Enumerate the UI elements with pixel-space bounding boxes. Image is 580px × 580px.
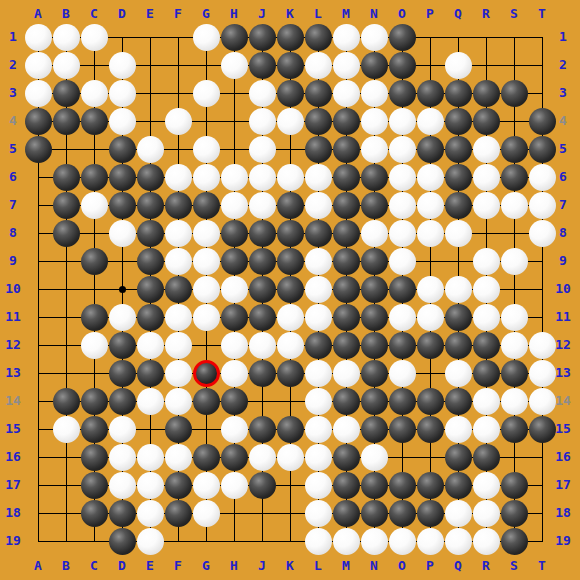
intersection-L11[interactable] <box>304 303 332 331</box>
intersection-N11[interactable] <box>360 303 388 331</box>
intersection-B7[interactable] <box>52 191 80 219</box>
intersection-F3[interactable] <box>164 79 192 107</box>
intersection-D10[interactable] <box>108 275 136 303</box>
intersection-S16[interactable] <box>500 443 528 471</box>
intersection-K15[interactable] <box>276 415 304 443</box>
intersection-O9[interactable] <box>388 247 416 275</box>
intersection-S3[interactable] <box>500 79 528 107</box>
intersection-M5[interactable] <box>332 135 360 163</box>
intersection-A10[interactable] <box>24 275 52 303</box>
intersection-A17[interactable] <box>24 471 52 499</box>
intersection-H18[interactable] <box>220 499 248 527</box>
intersection-B10[interactable] <box>52 275 80 303</box>
intersection-A16[interactable] <box>24 443 52 471</box>
intersection-R11[interactable] <box>472 303 500 331</box>
intersection-J2[interactable] <box>248 51 276 79</box>
intersection-E10[interactable] <box>136 275 164 303</box>
intersection-O3[interactable] <box>388 79 416 107</box>
intersection-T6[interactable] <box>528 163 556 191</box>
intersection-H6[interactable] <box>220 163 248 191</box>
intersection-F1[interactable] <box>164 23 192 51</box>
intersection-R18[interactable] <box>472 499 500 527</box>
intersection-D6[interactable] <box>108 163 136 191</box>
intersection-C15[interactable] <box>80 415 108 443</box>
intersection-E12[interactable] <box>136 331 164 359</box>
intersection-M3[interactable] <box>332 79 360 107</box>
intersection-R15[interactable] <box>472 415 500 443</box>
intersection-H15[interactable] <box>220 415 248 443</box>
intersection-D13[interactable] <box>108 359 136 387</box>
intersection-H11[interactable] <box>220 303 248 331</box>
intersection-E14[interactable] <box>136 387 164 415</box>
intersection-K14[interactable] <box>276 387 304 415</box>
intersection-R16[interactable] <box>472 443 500 471</box>
intersection-D2[interactable] <box>108 51 136 79</box>
intersection-J1[interactable] <box>248 23 276 51</box>
intersection-J16[interactable] <box>248 443 276 471</box>
intersection-G3[interactable] <box>192 79 220 107</box>
intersection-R3[interactable] <box>472 79 500 107</box>
intersection-F9[interactable] <box>164 247 192 275</box>
intersection-T2[interactable] <box>528 51 556 79</box>
intersection-G14[interactable] <box>192 387 220 415</box>
intersection-P16[interactable] <box>416 443 444 471</box>
intersection-L6[interactable] <box>304 163 332 191</box>
intersection-M16[interactable] <box>332 443 360 471</box>
intersection-B9[interactable] <box>52 247 80 275</box>
intersection-G17[interactable] <box>192 471 220 499</box>
intersection-R2[interactable] <box>472 51 500 79</box>
intersection-B12[interactable] <box>52 331 80 359</box>
intersection-F14[interactable] <box>164 387 192 415</box>
intersection-L8[interactable] <box>304 219 332 247</box>
intersection-P13[interactable] <box>416 359 444 387</box>
intersection-H5[interactable] <box>220 135 248 163</box>
intersection-B1[interactable] <box>52 23 80 51</box>
intersection-L7[interactable] <box>304 191 332 219</box>
intersection-K13[interactable] <box>276 359 304 387</box>
intersection-P9[interactable] <box>416 247 444 275</box>
intersection-S2[interactable] <box>500 51 528 79</box>
intersection-T3[interactable] <box>528 79 556 107</box>
intersection-R14[interactable] <box>472 387 500 415</box>
intersection-M19[interactable] <box>332 527 360 555</box>
intersection-B17[interactable] <box>52 471 80 499</box>
intersection-S7[interactable] <box>500 191 528 219</box>
intersection-N2[interactable] <box>360 51 388 79</box>
intersection-A15[interactable] <box>24 415 52 443</box>
intersection-S9[interactable] <box>500 247 528 275</box>
intersection-G11[interactable] <box>192 303 220 331</box>
intersection-A2[interactable] <box>24 51 52 79</box>
intersection-P19[interactable] <box>416 527 444 555</box>
intersection-P15[interactable] <box>416 415 444 443</box>
intersection-N9[interactable] <box>360 247 388 275</box>
intersection-F18[interactable] <box>164 499 192 527</box>
intersection-N19[interactable] <box>360 527 388 555</box>
intersection-P2[interactable] <box>416 51 444 79</box>
intersection-K8[interactable] <box>276 219 304 247</box>
intersection-Q13[interactable] <box>444 359 472 387</box>
intersection-S11[interactable] <box>500 303 528 331</box>
intersection-D4[interactable] <box>108 107 136 135</box>
intersection-Q10[interactable] <box>444 275 472 303</box>
intersection-H1[interactable] <box>220 23 248 51</box>
intersection-Q18[interactable] <box>444 499 472 527</box>
intersection-T1[interactable] <box>528 23 556 51</box>
intersection-L17[interactable] <box>304 471 332 499</box>
intersection-D16[interactable] <box>108 443 136 471</box>
intersection-H10[interactable] <box>220 275 248 303</box>
intersection-O2[interactable] <box>388 51 416 79</box>
intersection-B11[interactable] <box>52 303 80 331</box>
intersection-S10[interactable] <box>500 275 528 303</box>
intersection-A5[interactable] <box>24 135 52 163</box>
intersection-O6[interactable] <box>388 163 416 191</box>
intersection-A6[interactable] <box>24 163 52 191</box>
intersection-R13[interactable] <box>472 359 500 387</box>
intersection-P10[interactable] <box>416 275 444 303</box>
intersection-N3[interactable] <box>360 79 388 107</box>
intersection-S13[interactable] <box>500 359 528 387</box>
intersection-K7[interactable] <box>276 191 304 219</box>
intersection-Q8[interactable] <box>444 219 472 247</box>
intersection-E15[interactable] <box>136 415 164 443</box>
intersection-D12[interactable] <box>108 331 136 359</box>
intersection-B19[interactable] <box>52 527 80 555</box>
intersection-J15[interactable] <box>248 415 276 443</box>
intersection-M7[interactable] <box>332 191 360 219</box>
intersection-E1[interactable] <box>136 23 164 51</box>
intersection-T19[interactable] <box>528 527 556 555</box>
intersection-D19[interactable] <box>108 527 136 555</box>
intersection-M10[interactable] <box>332 275 360 303</box>
intersection-K16[interactable] <box>276 443 304 471</box>
intersection-N6[interactable] <box>360 163 388 191</box>
intersection-S5[interactable] <box>500 135 528 163</box>
intersection-P12[interactable] <box>416 331 444 359</box>
intersection-G12[interactable] <box>192 331 220 359</box>
intersection-G9[interactable] <box>192 247 220 275</box>
intersection-R9[interactable] <box>472 247 500 275</box>
intersection-J6[interactable] <box>248 163 276 191</box>
intersection-J4[interactable] <box>248 107 276 135</box>
intersection-P8[interactable] <box>416 219 444 247</box>
intersection-M6[interactable] <box>332 163 360 191</box>
intersection-N12[interactable] <box>360 331 388 359</box>
intersection-B5[interactable] <box>52 135 80 163</box>
intersection-R7[interactable] <box>472 191 500 219</box>
intersection-H2[interactable] <box>220 51 248 79</box>
intersection-L3[interactable] <box>304 79 332 107</box>
intersection-B13[interactable] <box>52 359 80 387</box>
intersection-P14[interactable] <box>416 387 444 415</box>
intersection-B15[interactable] <box>52 415 80 443</box>
intersection-D11[interactable] <box>108 303 136 331</box>
intersection-Q11[interactable] <box>444 303 472 331</box>
intersection-H3[interactable] <box>220 79 248 107</box>
intersection-Q14[interactable] <box>444 387 472 415</box>
intersection-G8[interactable] <box>192 219 220 247</box>
intersection-N1[interactable] <box>360 23 388 51</box>
intersection-E2[interactable] <box>136 51 164 79</box>
intersection-E19[interactable] <box>136 527 164 555</box>
intersection-O19[interactable] <box>388 527 416 555</box>
intersection-C13[interactable] <box>80 359 108 387</box>
intersection-J10[interactable] <box>248 275 276 303</box>
intersection-J8[interactable] <box>248 219 276 247</box>
intersection-H4[interactable] <box>220 107 248 135</box>
intersection-G15[interactable] <box>192 415 220 443</box>
intersection-Q1[interactable] <box>444 23 472 51</box>
intersection-F19[interactable] <box>164 527 192 555</box>
intersection-M4[interactable] <box>332 107 360 135</box>
intersection-A3[interactable] <box>24 79 52 107</box>
intersection-Q15[interactable] <box>444 415 472 443</box>
intersection-L16[interactable] <box>304 443 332 471</box>
intersection-P4[interactable] <box>416 107 444 135</box>
intersection-K3[interactable] <box>276 79 304 107</box>
intersection-R6[interactable] <box>472 163 500 191</box>
intersection-F12[interactable] <box>164 331 192 359</box>
intersection-P5[interactable] <box>416 135 444 163</box>
intersection-Q4[interactable] <box>444 107 472 135</box>
intersection-H12[interactable] <box>220 331 248 359</box>
intersection-M2[interactable] <box>332 51 360 79</box>
intersection-D5[interactable] <box>108 135 136 163</box>
intersection-L9[interactable] <box>304 247 332 275</box>
intersection-G1[interactable] <box>192 23 220 51</box>
intersection-T18[interactable] <box>528 499 556 527</box>
intersection-J19[interactable] <box>248 527 276 555</box>
intersection-T10[interactable] <box>528 275 556 303</box>
intersection-O17[interactable] <box>388 471 416 499</box>
intersection-F6[interactable] <box>164 163 192 191</box>
intersection-K12[interactable] <box>276 331 304 359</box>
intersection-E18[interactable] <box>136 499 164 527</box>
intersection-Q6[interactable] <box>444 163 472 191</box>
intersection-P17[interactable] <box>416 471 444 499</box>
intersection-C16[interactable] <box>80 443 108 471</box>
intersection-S8[interactable] <box>500 219 528 247</box>
intersection-Q16[interactable] <box>444 443 472 471</box>
intersection-M17[interactable] <box>332 471 360 499</box>
intersection-F5[interactable] <box>164 135 192 163</box>
intersection-H7[interactable] <box>220 191 248 219</box>
intersection-O16[interactable] <box>388 443 416 471</box>
intersection-A14[interactable] <box>24 387 52 415</box>
intersection-H13[interactable] <box>220 359 248 387</box>
intersection-C12[interactable] <box>80 331 108 359</box>
intersection-E3[interactable] <box>136 79 164 107</box>
intersection-E11[interactable] <box>136 303 164 331</box>
intersection-G16[interactable] <box>192 443 220 471</box>
intersection-D15[interactable] <box>108 415 136 443</box>
intersection-O7[interactable] <box>388 191 416 219</box>
intersection-M8[interactable] <box>332 219 360 247</box>
intersection-K5[interactable] <box>276 135 304 163</box>
intersection-C10[interactable] <box>80 275 108 303</box>
intersection-G18[interactable] <box>192 499 220 527</box>
intersection-F8[interactable] <box>164 219 192 247</box>
intersection-H14[interactable] <box>220 387 248 415</box>
intersection-T14[interactable] <box>528 387 556 415</box>
intersection-C1[interactable] <box>80 23 108 51</box>
intersection-C18[interactable] <box>80 499 108 527</box>
intersection-L18[interactable] <box>304 499 332 527</box>
intersection-O11[interactable] <box>388 303 416 331</box>
intersection-A7[interactable] <box>24 191 52 219</box>
intersection-E17[interactable] <box>136 471 164 499</box>
intersection-S19[interactable] <box>500 527 528 555</box>
intersection-A1[interactable] <box>24 23 52 51</box>
intersection-A12[interactable] <box>24 331 52 359</box>
intersection-F11[interactable] <box>164 303 192 331</box>
intersection-H19[interactable] <box>220 527 248 555</box>
intersection-C7[interactable] <box>80 191 108 219</box>
intersection-G19[interactable] <box>192 527 220 555</box>
intersection-T16[interactable] <box>528 443 556 471</box>
intersection-C11[interactable] <box>80 303 108 331</box>
intersection-R5[interactable] <box>472 135 500 163</box>
intersection-N4[interactable] <box>360 107 388 135</box>
intersection-O13[interactable] <box>388 359 416 387</box>
intersection-S12[interactable] <box>500 331 528 359</box>
intersection-S18[interactable] <box>500 499 528 527</box>
intersection-A4[interactable] <box>24 107 52 135</box>
intersection-K18[interactable] <box>276 499 304 527</box>
intersection-A8[interactable] <box>24 219 52 247</box>
intersection-J18[interactable] <box>248 499 276 527</box>
intersection-J14[interactable] <box>248 387 276 415</box>
intersection-O10[interactable] <box>388 275 416 303</box>
intersection-R1[interactable] <box>472 23 500 51</box>
intersection-B8[interactable] <box>52 219 80 247</box>
intersection-D3[interactable] <box>108 79 136 107</box>
intersection-T15[interactable] <box>528 415 556 443</box>
intersection-A9[interactable] <box>24 247 52 275</box>
intersection-J5[interactable] <box>248 135 276 163</box>
intersection-J12[interactable] <box>248 331 276 359</box>
intersection-C8[interactable] <box>80 219 108 247</box>
intersection-N10[interactable] <box>360 275 388 303</box>
intersection-N13[interactable] <box>360 359 388 387</box>
intersection-Q7[interactable] <box>444 191 472 219</box>
intersection-F7[interactable] <box>164 191 192 219</box>
intersection-J3[interactable] <box>248 79 276 107</box>
intersection-N8[interactable] <box>360 219 388 247</box>
intersection-B18[interactable] <box>52 499 80 527</box>
intersection-E16[interactable] <box>136 443 164 471</box>
intersection-M14[interactable] <box>332 387 360 415</box>
intersection-T5[interactable] <box>528 135 556 163</box>
intersection-D14[interactable] <box>108 387 136 415</box>
intersection-T4[interactable] <box>528 107 556 135</box>
intersection-E8[interactable] <box>136 219 164 247</box>
intersection-T17[interactable] <box>528 471 556 499</box>
intersection-T13[interactable] <box>528 359 556 387</box>
intersection-E4[interactable] <box>136 107 164 135</box>
intersection-B16[interactable] <box>52 443 80 471</box>
intersection-C4[interactable] <box>80 107 108 135</box>
intersection-B4[interactable] <box>52 107 80 135</box>
intersection-B6[interactable] <box>52 163 80 191</box>
intersection-G10[interactable] <box>192 275 220 303</box>
intersection-P7[interactable] <box>416 191 444 219</box>
intersection-C9[interactable] <box>80 247 108 275</box>
intersection-O12[interactable] <box>388 331 416 359</box>
intersection-H16[interactable] <box>220 443 248 471</box>
intersection-E5[interactable] <box>136 135 164 163</box>
intersection-O5[interactable] <box>388 135 416 163</box>
intersection-M13[interactable] <box>332 359 360 387</box>
intersection-L10[interactable] <box>304 275 332 303</box>
intersection-D9[interactable] <box>108 247 136 275</box>
intersection-N14[interactable] <box>360 387 388 415</box>
intersection-Q3[interactable] <box>444 79 472 107</box>
intersection-N16[interactable] <box>360 443 388 471</box>
intersection-F15[interactable] <box>164 415 192 443</box>
intersection-L14[interactable] <box>304 387 332 415</box>
intersection-L1[interactable] <box>304 23 332 51</box>
intersection-O4[interactable] <box>388 107 416 135</box>
intersection-F17[interactable] <box>164 471 192 499</box>
intersection-C17[interactable] <box>80 471 108 499</box>
intersection-F4[interactable] <box>164 107 192 135</box>
intersection-J17[interactable] <box>248 471 276 499</box>
intersection-P6[interactable] <box>416 163 444 191</box>
intersection-L5[interactable] <box>304 135 332 163</box>
intersection-O14[interactable] <box>388 387 416 415</box>
intersection-N15[interactable] <box>360 415 388 443</box>
intersection-R8[interactable] <box>472 219 500 247</box>
intersection-T12[interactable] <box>528 331 556 359</box>
intersection-K17[interactable] <box>276 471 304 499</box>
intersection-R19[interactable] <box>472 527 500 555</box>
intersection-K19[interactable] <box>276 527 304 555</box>
intersection-A11[interactable] <box>24 303 52 331</box>
intersection-M15[interactable] <box>332 415 360 443</box>
intersection-Q5[interactable] <box>444 135 472 163</box>
intersection-O18[interactable] <box>388 499 416 527</box>
intersection-P11[interactable] <box>416 303 444 331</box>
intersection-J13[interactable] <box>248 359 276 387</box>
intersection-A13[interactable] <box>24 359 52 387</box>
intersection-B2[interactable] <box>52 51 80 79</box>
intersection-N7[interactable] <box>360 191 388 219</box>
intersection-L4[interactable] <box>304 107 332 135</box>
intersection-O8[interactable] <box>388 219 416 247</box>
intersection-A18[interactable] <box>24 499 52 527</box>
intersection-R17[interactable] <box>472 471 500 499</box>
intersection-S4[interactable] <box>500 107 528 135</box>
intersection-Q19[interactable] <box>444 527 472 555</box>
intersection-H17[interactable] <box>220 471 248 499</box>
intersection-D1[interactable] <box>108 23 136 51</box>
intersection-J7[interactable] <box>248 191 276 219</box>
intersection-F2[interactable] <box>164 51 192 79</box>
intersection-E13[interactable] <box>136 359 164 387</box>
intersection-M9[interactable] <box>332 247 360 275</box>
intersection-G7[interactable] <box>192 191 220 219</box>
intersection-S1[interactable] <box>500 23 528 51</box>
intersection-P1[interactable] <box>416 23 444 51</box>
intersection-Q2[interactable] <box>444 51 472 79</box>
intersection-O15[interactable] <box>388 415 416 443</box>
intersection-H8[interactable] <box>220 219 248 247</box>
intersection-C19[interactable] <box>80 527 108 555</box>
intersection-M18[interactable] <box>332 499 360 527</box>
